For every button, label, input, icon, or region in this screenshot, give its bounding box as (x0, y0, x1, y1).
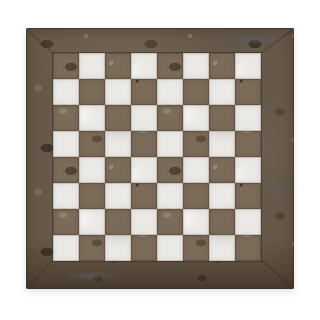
chess-board (26, 28, 294, 289)
square-h3 (235, 183, 261, 209)
square-b2 (79, 209, 105, 235)
square-b3 (79, 183, 105, 209)
square-a5 (53, 131, 79, 157)
square-a3 (53, 183, 79, 209)
square-h6 (235, 105, 261, 131)
frame-miter-top-left (26, 28, 54, 54)
square-c3 (105, 183, 131, 209)
square-c4 (105, 157, 131, 183)
square-g6 (209, 105, 235, 131)
square-c1 (105, 235, 131, 261)
square-a4 (53, 157, 79, 183)
square-g3 (209, 183, 235, 209)
square-e3 (157, 183, 183, 209)
square-e5 (157, 131, 183, 157)
square-a2 (53, 209, 79, 235)
square-f8 (183, 53, 209, 79)
square-g8 (209, 53, 235, 79)
square-d4 (131, 157, 157, 183)
square-b4 (79, 157, 105, 183)
square-b7 (79, 79, 105, 105)
square-h5 (235, 131, 261, 157)
square-e4 (157, 157, 183, 183)
square-f7 (183, 79, 209, 105)
square-g5 (209, 131, 235, 157)
square-f6 (183, 105, 209, 131)
square-a8 (53, 53, 79, 79)
square-g4 (209, 157, 235, 183)
square-a1 (53, 235, 79, 261)
square-d1 (131, 235, 157, 261)
square-c6 (105, 105, 131, 131)
square-b5 (79, 131, 105, 157)
square-h1 (235, 235, 261, 261)
square-e2 (157, 209, 183, 235)
frame-miter-bottom-left (26, 260, 53, 289)
square-c2 (105, 209, 131, 235)
square-f1 (183, 235, 209, 261)
square-b8 (79, 53, 105, 79)
square-f2 (183, 209, 209, 235)
square-d8 (131, 53, 157, 79)
square-c7 (105, 79, 131, 105)
square-e7 (157, 79, 183, 105)
product-photo (0, 0, 320, 320)
square-g2 (209, 209, 235, 235)
square-f3 (183, 183, 209, 209)
square-h7 (235, 79, 261, 105)
square-g1 (209, 235, 235, 261)
square-a6 (53, 105, 79, 131)
square-c5 (105, 131, 131, 157)
square-d3 (131, 183, 157, 209)
square-e6 (157, 105, 183, 131)
square-d5 (131, 131, 157, 157)
square-h2 (235, 209, 261, 235)
square-d6 (131, 105, 157, 131)
square-g7 (209, 79, 235, 105)
square-b6 (79, 105, 105, 131)
square-d2 (131, 209, 157, 235)
square-b1 (79, 235, 105, 261)
square-d7 (131, 79, 157, 105)
frame-miter-bottom-right (260, 259, 294, 289)
square-a7 (53, 79, 79, 105)
board-field (53, 53, 261, 261)
square-c8 (105, 53, 131, 79)
square-f5 (183, 131, 209, 157)
square-e8 (157, 53, 183, 79)
square-h8 (235, 53, 261, 79)
square-h4 (235, 157, 261, 183)
frame-miter-top-right (261, 28, 294, 53)
square-e1 (157, 235, 183, 261)
square-f4 (183, 157, 209, 183)
